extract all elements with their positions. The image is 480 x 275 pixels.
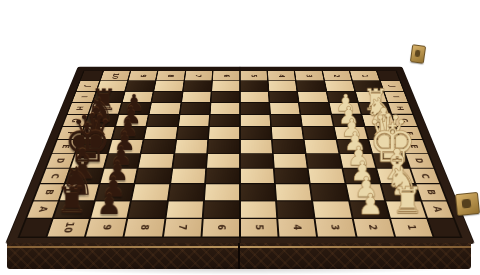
square-e4[interactable] bbox=[273, 140, 305, 153]
square-e5[interactable] bbox=[241, 140, 272, 153]
rank-letter-text: A bbox=[430, 206, 444, 212]
square-h5[interactable] bbox=[241, 103, 270, 114]
file-number-label: 9 bbox=[86, 219, 126, 236]
square-a6[interactable] bbox=[204, 201, 240, 217]
file-number-text: 4 bbox=[291, 225, 304, 231]
file-number-text: 7 bbox=[176, 225, 189, 231]
file-number-text: 2 bbox=[332, 74, 342, 77]
frame-corner bbox=[81, 71, 103, 80]
file-number-label: 2 bbox=[323, 71, 351, 80]
square-f4[interactable] bbox=[272, 127, 303, 139]
square-a4[interactable] bbox=[277, 201, 314, 217]
file-number-label: 3 bbox=[316, 219, 355, 236]
file-number-label: 8 bbox=[125, 219, 164, 236]
file-number-text: 9 bbox=[100, 225, 114, 231]
file-number-text: 10 bbox=[61, 222, 77, 233]
square-f8[interactable] bbox=[145, 127, 177, 139]
square-h6[interactable] bbox=[210, 103, 239, 114]
rank-letter-text: B bbox=[42, 189, 56, 194]
file-number-label: 5 bbox=[241, 219, 278, 236]
square-d5[interactable] bbox=[241, 154, 273, 168]
square-b5[interactable] bbox=[241, 185, 275, 200]
file-number-text: 2 bbox=[366, 225, 380, 231]
square-e7[interactable] bbox=[175, 140, 207, 153]
file-number-label: 3 bbox=[295, 71, 323, 80]
file-number-label: 6 bbox=[213, 71, 240, 80]
square-j5[interactable] bbox=[241, 81, 268, 91]
file-number-label: 1 bbox=[391, 219, 432, 236]
square-d6[interactable] bbox=[207, 154, 239, 168]
square-j6[interactable] bbox=[212, 81, 239, 91]
square-i6[interactable] bbox=[211, 92, 239, 102]
file-number-text: 10 bbox=[110, 73, 121, 79]
brass-hinge-icon bbox=[455, 192, 480, 216]
file-number-label: 4 bbox=[278, 219, 316, 236]
square-b3[interactable] bbox=[311, 185, 347, 200]
frame-corner bbox=[378, 71, 400, 80]
square-e8[interactable] bbox=[142, 140, 175, 153]
square-d8[interactable] bbox=[139, 154, 173, 168]
rank-letter-text: C bbox=[418, 174, 431, 179]
front-panel bbox=[7, 243, 471, 269]
file-number-label: 2 bbox=[353, 219, 393, 236]
square-b8[interactable] bbox=[132, 185, 168, 200]
file-number-text: 8 bbox=[166, 74, 176, 77]
square-a1[interactable]: ♜ bbox=[386, 201, 426, 217]
square-j4[interactable] bbox=[269, 81, 297, 91]
square-b7[interactable] bbox=[169, 185, 204, 200]
square-g7[interactable] bbox=[179, 115, 209, 126]
square-i8[interactable] bbox=[152, 92, 181, 102]
square-j8[interactable] bbox=[155, 81, 184, 91]
square-b6[interactable] bbox=[205, 185, 239, 200]
file-number-text: 6 bbox=[215, 225, 228, 231]
square-i5[interactable] bbox=[241, 92, 269, 102]
board-plane: 10987654321JJIIH♜♟♟♜HG♞♟♟♞GF♝♟♟♝FE♛♟♟♛ED… bbox=[5, 67, 475, 244]
square-c6[interactable] bbox=[206, 169, 239, 183]
rank-letter-label: A bbox=[27, 201, 57, 217]
file-number-text: 7 bbox=[194, 74, 203, 77]
square-d4[interactable] bbox=[274, 154, 307, 168]
square-h7[interactable] bbox=[180, 103, 209, 114]
square-a5[interactable] bbox=[241, 201, 277, 217]
square-g5[interactable] bbox=[241, 115, 271, 126]
frame-corner bbox=[20, 219, 52, 236]
file-number-text: 9 bbox=[138, 74, 148, 77]
chess-set-photo: 10987654321JJIIH♜♟♟♜HG♞♟♟♞GF♝♟♟♝FE♛♟♟♛ED… bbox=[0, 0, 480, 275]
square-c3[interactable] bbox=[309, 169, 344, 183]
frame-corner bbox=[428, 219, 460, 236]
square-h8[interactable] bbox=[150, 103, 180, 114]
square-i7[interactable] bbox=[182, 92, 211, 102]
square-a2[interactable]: ♟ bbox=[350, 201, 389, 217]
rank-letter-text: B bbox=[424, 189, 438, 194]
square-g8[interactable] bbox=[147, 115, 178, 126]
piece-white-pawn[interactable]: ♟ bbox=[358, 191, 384, 217]
piece-black-rook[interactable]: ♜ bbox=[55, 184, 88, 217]
file-number-label: 7 bbox=[185, 71, 212, 80]
brass-clasp-icon bbox=[410, 44, 426, 64]
file-number-text: 3 bbox=[328, 225, 342, 231]
square-c7[interactable] bbox=[171, 169, 205, 183]
file-number-text: 5 bbox=[249, 74, 258, 77]
square-i4[interactable] bbox=[269, 92, 298, 102]
file-number-label: 9 bbox=[129, 71, 157, 80]
square-g6[interactable] bbox=[210, 115, 240, 126]
square-a7[interactable] bbox=[166, 201, 203, 217]
square-e3[interactable] bbox=[305, 140, 338, 153]
square-f3[interactable] bbox=[303, 127, 335, 139]
board-drop-shadow bbox=[16, 267, 464, 275]
file-number-label: 4 bbox=[268, 71, 295, 80]
square-c5[interactable] bbox=[241, 169, 274, 183]
file-number-label: 8 bbox=[157, 71, 185, 80]
file-number-text: 1 bbox=[360, 74, 370, 77]
rank-letter-text: A bbox=[36, 206, 50, 212]
square-i3[interactable] bbox=[298, 92, 327, 102]
file-number-label: 10 bbox=[48, 219, 89, 236]
file-number-label: 5 bbox=[241, 71, 268, 80]
file-number-label: 6 bbox=[202, 219, 239, 236]
square-g3[interactable] bbox=[301, 115, 332, 126]
square-f6[interactable] bbox=[209, 127, 239, 139]
square-c4[interactable] bbox=[275, 169, 309, 183]
file-number-label: 10 bbox=[101, 71, 130, 80]
file-number-text: 5 bbox=[253, 225, 266, 231]
square-f5[interactable] bbox=[241, 127, 271, 139]
square-h3[interactable] bbox=[300, 103, 330, 114]
piece-white-rook[interactable]: ♜ bbox=[392, 184, 425, 217]
file-number-label: 7 bbox=[164, 219, 202, 236]
file-number-text: 4 bbox=[277, 74, 286, 77]
square-e6[interactable] bbox=[208, 140, 239, 153]
square-a10[interactable]: ♜ bbox=[54, 201, 94, 217]
piece-black-pawn[interactable]: ♟ bbox=[96, 191, 122, 217]
file-number-label: 1 bbox=[350, 71, 379, 80]
panel-fold-seam bbox=[238, 243, 240, 269]
square-d3[interactable] bbox=[307, 154, 341, 168]
file-number-text: 1 bbox=[404, 225, 418, 231]
square-b4[interactable] bbox=[276, 185, 311, 200]
square-g4[interactable] bbox=[271, 115, 301, 126]
square-a3[interactable] bbox=[313, 201, 351, 217]
file-number-text: 8 bbox=[138, 225, 152, 231]
square-j3[interactable] bbox=[297, 81, 326, 91]
square-c8[interactable] bbox=[136, 169, 171, 183]
rank-letter-label: A bbox=[422, 201, 452, 217]
square-f7[interactable] bbox=[177, 127, 208, 139]
square-j7[interactable] bbox=[183, 81, 211, 91]
file-number-text: 3 bbox=[304, 74, 314, 77]
square-h4[interactable] bbox=[270, 103, 299, 114]
square-a8[interactable] bbox=[129, 201, 167, 217]
square-d7[interactable] bbox=[173, 154, 206, 168]
file-number-text: 6 bbox=[222, 74, 231, 77]
square-a9[interactable]: ♟ bbox=[91, 201, 130, 217]
